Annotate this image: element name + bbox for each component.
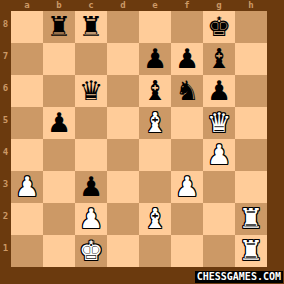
white-pawn-c2: ♟ bbox=[79, 203, 103, 235]
square-d3[interactable] bbox=[107, 171, 139, 203]
square-e8[interactable] bbox=[139, 11, 171, 43]
square-c4[interactable] bbox=[75, 139, 107, 171]
black-pawn-e7: ♟ bbox=[143, 43, 167, 75]
black-pawn-c3: ♟ bbox=[79, 171, 103, 203]
white-pawn-f3: ♟ bbox=[175, 171, 199, 203]
square-a2[interactable] bbox=[11, 203, 43, 235]
square-c7[interactable] bbox=[75, 43, 107, 75]
white-bishop-e5: ♝ bbox=[143, 107, 167, 139]
square-d6[interactable] bbox=[107, 75, 139, 107]
square-f7[interactable]: ♟ bbox=[171, 43, 203, 75]
square-g2[interactable] bbox=[203, 203, 235, 235]
white-queen-g5: ♛ bbox=[207, 107, 231, 139]
white-pawn-a3: ♟ bbox=[15, 171, 39, 203]
square-h4[interactable] bbox=[235, 139, 267, 171]
square-d5[interactable] bbox=[107, 107, 139, 139]
square-e2[interactable]: ♝ bbox=[139, 203, 171, 235]
square-g8[interactable]: ♚ bbox=[203, 11, 235, 43]
square-g4[interactable]: ♟ bbox=[203, 139, 235, 171]
white-king-c1: ♚ bbox=[79, 235, 103, 267]
square-d8[interactable] bbox=[107, 11, 139, 43]
square-h6[interactable] bbox=[235, 75, 267, 107]
square-f4[interactable] bbox=[171, 139, 203, 171]
black-king-g8: ♚ bbox=[207, 11, 231, 43]
square-b7[interactable] bbox=[43, 43, 75, 75]
black-queen-c6: ♛ bbox=[79, 75, 103, 107]
white-pawn-g4: ♟ bbox=[207, 139, 231, 171]
square-a6[interactable] bbox=[11, 75, 43, 107]
site-badge[interactable]: CHESSGAMES.COM bbox=[195, 271, 283, 283]
file-label-c: c bbox=[75, 0, 107, 11]
black-bishop-g7: ♝ bbox=[207, 43, 231, 75]
square-d7[interactable] bbox=[107, 43, 139, 75]
square-f8[interactable] bbox=[171, 11, 203, 43]
file-label-e: e bbox=[139, 0, 171, 11]
square-b4[interactable] bbox=[43, 139, 75, 171]
square-d2[interactable] bbox=[107, 203, 139, 235]
square-g5[interactable]: ♛ bbox=[203, 107, 235, 139]
square-a4[interactable] bbox=[11, 139, 43, 171]
white-rook-h1: ♜ bbox=[239, 235, 263, 267]
rank-label-6: 6 bbox=[0, 75, 11, 107]
square-a7[interactable] bbox=[11, 43, 43, 75]
square-c5[interactable] bbox=[75, 107, 107, 139]
square-b5[interactable]: ♟ bbox=[43, 107, 75, 139]
file-label-d: d bbox=[107, 0, 139, 11]
square-b1[interactable] bbox=[43, 235, 75, 267]
square-a1[interactable] bbox=[11, 235, 43, 267]
site-badge-label: CHESSGAMES.COM bbox=[197, 271, 281, 282]
square-a8[interactable] bbox=[11, 11, 43, 43]
square-h1[interactable]: ♜ bbox=[235, 235, 267, 267]
square-h7[interactable] bbox=[235, 43, 267, 75]
square-b3[interactable] bbox=[43, 171, 75, 203]
square-h3[interactable] bbox=[235, 171, 267, 203]
square-b6[interactable] bbox=[43, 75, 75, 107]
square-c6[interactable]: ♛ bbox=[75, 75, 107, 107]
square-e3[interactable] bbox=[139, 171, 171, 203]
square-c8[interactable]: ♜ bbox=[75, 11, 107, 43]
square-d4[interactable] bbox=[107, 139, 139, 171]
rank-labels: 87654321 bbox=[0, 11, 11, 267]
square-g7[interactable]: ♝ bbox=[203, 43, 235, 75]
black-knight-f6: ♞ bbox=[175, 75, 199, 107]
square-e6[interactable]: ♝ bbox=[139, 75, 171, 107]
black-pawn-f7: ♟ bbox=[175, 43, 199, 75]
rank-label-2: 2 bbox=[0, 203, 11, 235]
black-bishop-e6: ♝ bbox=[143, 75, 167, 107]
rank-label-3: 3 bbox=[0, 171, 11, 203]
square-h8[interactable] bbox=[235, 11, 267, 43]
square-b8[interactable]: ♜ bbox=[43, 11, 75, 43]
file-label-f: f bbox=[171, 0, 203, 11]
square-h5[interactable] bbox=[235, 107, 267, 139]
black-rook-b8: ♜ bbox=[47, 11, 71, 43]
black-pawn-b5: ♟ bbox=[47, 107, 71, 139]
square-g3[interactable] bbox=[203, 171, 235, 203]
square-h2[interactable]: ♜ bbox=[235, 203, 267, 235]
square-b2[interactable] bbox=[43, 203, 75, 235]
square-f2[interactable] bbox=[171, 203, 203, 235]
rank-label-8: 8 bbox=[0, 11, 11, 43]
board-frame: abcdefgh 87654321 ♜♜♚♟♟♝♛♝♞♟♟♝♛♟♟♟♟♟♝♜♚♜… bbox=[0, 0, 284, 284]
chess-board: ♜♜♚♟♟♝♛♝♞♟♟♝♛♟♟♟♟♟♝♜♚♜ bbox=[11, 11, 267, 267]
file-labels: abcdefgh bbox=[11, 0, 267, 11]
square-e5[interactable]: ♝ bbox=[139, 107, 171, 139]
rank-label-7: 7 bbox=[0, 43, 11, 75]
square-f5[interactable] bbox=[171, 107, 203, 139]
file-label-g: g bbox=[203, 0, 235, 11]
rank-label-4: 4 bbox=[0, 139, 11, 171]
square-c2[interactable]: ♟ bbox=[75, 203, 107, 235]
black-pawn-g6: ♟ bbox=[207, 75, 231, 107]
square-e1[interactable] bbox=[139, 235, 171, 267]
square-g1[interactable] bbox=[203, 235, 235, 267]
square-e7[interactable]: ♟ bbox=[139, 43, 171, 75]
white-rook-h2: ♜ bbox=[239, 203, 263, 235]
black-rook-c8: ♜ bbox=[79, 11, 103, 43]
file-label-b: b bbox=[43, 0, 75, 11]
rank-label-1: 1 bbox=[0, 235, 11, 267]
square-a3[interactable]: ♟ bbox=[11, 171, 43, 203]
file-label-a: a bbox=[11, 0, 43, 11]
square-c1[interactable]: ♚ bbox=[75, 235, 107, 267]
square-d1[interactable] bbox=[107, 235, 139, 267]
square-f3[interactable]: ♟ bbox=[171, 171, 203, 203]
square-f1[interactable] bbox=[171, 235, 203, 267]
square-e4[interactable] bbox=[139, 139, 171, 171]
square-g6[interactable]: ♟ bbox=[203, 75, 235, 107]
white-bishop-e2: ♝ bbox=[143, 203, 167, 235]
file-label-h: h bbox=[235, 0, 267, 11]
square-a5[interactable] bbox=[11, 107, 43, 139]
square-c3[interactable]: ♟ bbox=[75, 171, 107, 203]
square-f6[interactable]: ♞ bbox=[171, 75, 203, 107]
rank-label-5: 5 bbox=[0, 107, 11, 139]
